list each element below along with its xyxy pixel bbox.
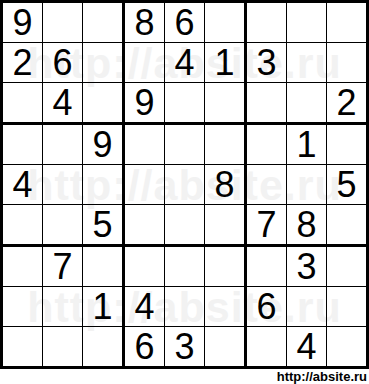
cell-r1c5[interactable]: 6 [165,3,205,43]
footer-url: http://absite.ru [277,369,367,384]
cell-r7c8[interactable]: 3 [287,247,327,287]
cell-r4c3[interactable]: 9 [83,125,125,165]
cell-r9c3[interactable] [83,327,125,366]
cell-r3c9[interactable]: 2 [327,83,366,125]
cell-r9c9[interactable] [327,327,366,366]
cell-r5c1[interactable]: 4 [3,165,43,205]
cell-r7c9[interactable] [327,247,366,287]
cell-r4c4[interactable] [125,125,165,165]
cell-r8c1[interactable] [3,287,43,327]
cell-r3c6[interactable] [205,83,247,125]
cell-r9c8[interactable]: 4 [287,327,327,366]
cell-r8c3[interactable]: 1 [83,287,125,327]
cell-r6c7[interactable]: 7 [247,205,287,247]
cell-r4c1[interactable] [3,125,43,165]
cell-r7c3[interactable] [83,247,125,287]
cell-r5c5[interactable] [165,165,205,205]
cell-r7c7[interactable] [247,247,287,287]
cell-r1c2[interactable] [43,3,83,43]
cell-r9c7[interactable] [247,327,287,366]
cell-r1c8[interactable] [287,3,327,43]
cell-r8c2[interactable] [43,287,83,327]
cell-r1c9[interactable] [327,3,366,43]
cell-r3c4[interactable]: 9 [125,83,165,125]
cell-r3c2[interactable]: 4 [43,83,83,125]
cell-r8c6[interactable] [205,287,247,327]
cell-r5c4[interactable] [125,165,165,205]
cell-r2c9[interactable] [327,43,366,83]
sudoku-page: http://absite.ru http://absite.ru http:/… [0,0,369,384]
cell-r9c4[interactable]: 6 [125,327,165,366]
cell-r8c7[interactable]: 6 [247,287,287,327]
cell-r5c9[interactable]: 5 [327,165,366,205]
cell-r9c6[interactable] [205,327,247,366]
cell-r1c4[interactable]: 8 [125,3,165,43]
cell-r4c2[interactable] [43,125,83,165]
cell-r9c5[interactable]: 3 [165,327,205,366]
cell-r4c8[interactable]: 1 [287,125,327,165]
cell-r2c5[interactable]: 4 [165,43,205,83]
cell-r6c9[interactable] [327,205,366,247]
cell-r6c5[interactable] [165,205,205,247]
cell-r3c7[interactable] [247,83,287,125]
cell-r8c8[interactable] [287,287,327,327]
cell-r1c7[interactable] [247,3,287,43]
sudoku-board: http://absite.ru http://absite.ru http:/… [0,0,369,369]
cell-r1c3[interactable] [83,3,125,43]
cell-r7c1[interactable] [3,247,43,287]
cell-r9c2[interactable] [43,327,83,366]
cell-r4c9[interactable] [327,125,366,165]
cell-r9c1[interactable] [3,327,43,366]
cell-r2c8[interactable] [287,43,327,83]
cell-r5c2[interactable] [43,165,83,205]
cell-r3c8[interactable] [287,83,327,125]
sudoku-grid: 986264134929148557873146634 [3,3,366,366]
cell-r6c8[interactable]: 8 [287,205,327,247]
cell-r8c4[interactable]: 4 [125,287,165,327]
cell-r4c6[interactable] [205,125,247,165]
cell-r1c6[interactable] [205,3,247,43]
cell-r2c4[interactable] [125,43,165,83]
cell-r5c8[interactable] [287,165,327,205]
cell-r4c5[interactable] [165,125,205,165]
cell-r8c5[interactable] [165,287,205,327]
cell-r4c7[interactable] [247,125,287,165]
cell-r2c1[interactable]: 2 [3,43,43,83]
cell-r2c2[interactable]: 6 [43,43,83,83]
cell-r7c2[interactable]: 7 [43,247,83,287]
cell-r2c3[interactable] [83,43,125,83]
cell-r3c3[interactable] [83,83,125,125]
cell-r5c6[interactable]: 8 [205,165,247,205]
cell-r8c9[interactable] [327,287,366,327]
cell-r5c7[interactable] [247,165,287,205]
cell-r7c4[interactable] [125,247,165,287]
cell-r6c3[interactable]: 5 [83,205,125,247]
cell-r7c5[interactable] [165,247,205,287]
cell-r3c5[interactable] [165,83,205,125]
cell-r5c3[interactable] [83,165,125,205]
cell-r7c6[interactable] [205,247,247,287]
cell-r3c1[interactable] [3,83,43,125]
footer: http://absite.ru [0,369,369,384]
cell-r2c6[interactable]: 1 [205,43,247,83]
cell-r2c7[interactable]: 3 [247,43,287,83]
cell-r6c6[interactable] [205,205,247,247]
cell-r6c1[interactable] [3,205,43,247]
cell-r6c2[interactable] [43,205,83,247]
cell-r6c4[interactable] [125,205,165,247]
cell-r1c1[interactable]: 9 [3,3,43,43]
